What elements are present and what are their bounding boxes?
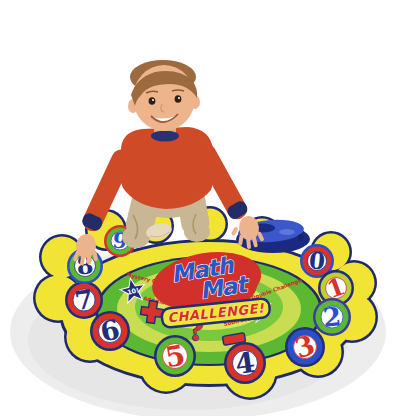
boy-eye-left xyxy=(149,97,156,105)
svg-text:0: 0 xyxy=(308,246,327,275)
svg-text:2: 2 xyxy=(321,301,342,333)
disc-4: 4 xyxy=(224,342,266,384)
boy-collar xyxy=(151,131,179,142)
disc-7: 7 xyxy=(65,281,103,319)
disc-3: 3 xyxy=(285,327,325,367)
disc-5: 5 xyxy=(154,335,196,377)
boy-eye-right xyxy=(175,95,182,103)
boy-head xyxy=(128,60,200,131)
scene: Mystery Challenge 10! Addition Repeat Qu… xyxy=(0,0,416,416)
photo-canvas: Mystery Challenge 10! Addition Repeat Qu… xyxy=(0,0,416,416)
console-button xyxy=(298,234,304,240)
disc-6: 6 xyxy=(90,311,130,351)
disc-2: 2 xyxy=(313,298,351,336)
